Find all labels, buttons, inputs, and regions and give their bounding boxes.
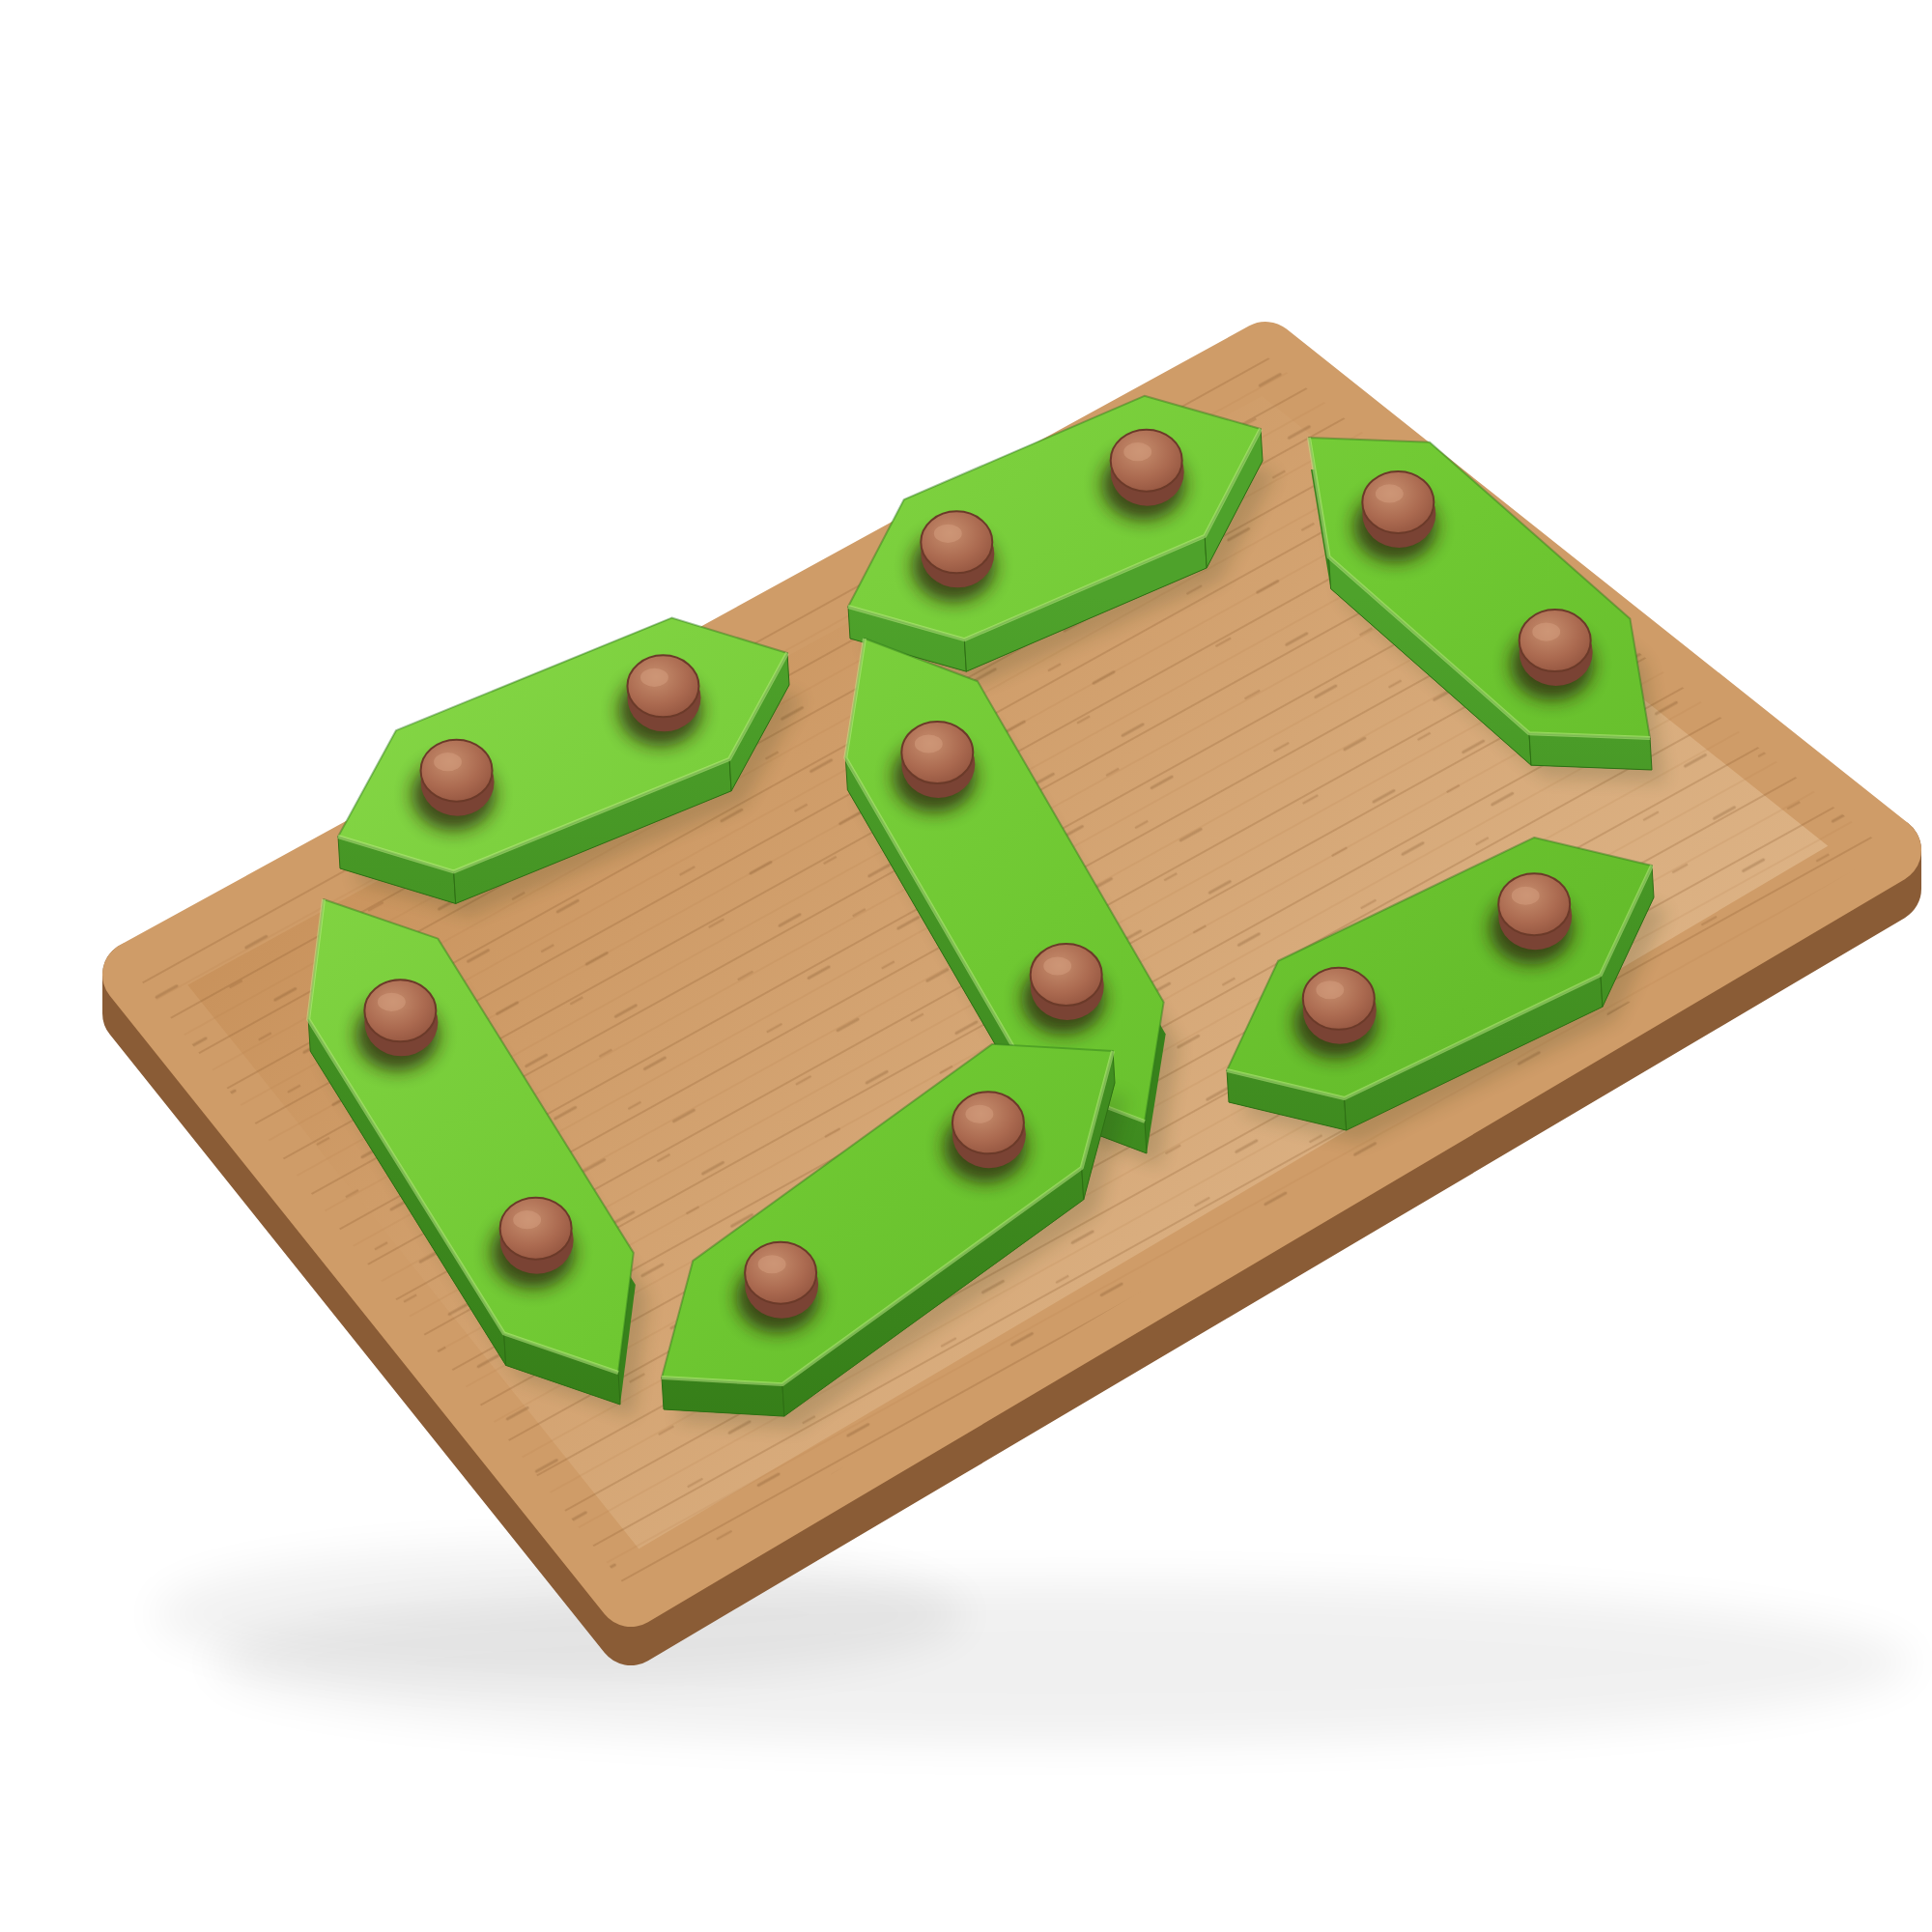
- peg-top: [627, 655, 698, 717]
- peg-top: [1498, 873, 1570, 935]
- peg-top-highlight: [640, 668, 668, 687]
- peg-top: [500, 1198, 572, 1260]
- peg-top: [1520, 610, 1591, 671]
- peg-top: [1362, 471, 1434, 533]
- peg-top-highlight: [1043, 956, 1071, 975]
- peg-top: [1111, 430, 1182, 492]
- peg-top: [901, 722, 973, 783]
- peg-top-highlight: [934, 525, 962, 543]
- ground-shadow-layer: [155, 1547, 1913, 1745]
- peg-top-highlight: [965, 1105, 993, 1123]
- peg-top-highlight: [513, 1210, 541, 1229]
- peg-top: [364, 980, 436, 1041]
- peg-top: [1303, 968, 1375, 1030]
- peg-top: [921, 511, 992, 573]
- peg-top: [421, 740, 493, 802]
- peg-top-highlight: [1123, 442, 1151, 461]
- peg-top-highlight: [1512, 887, 1540, 905]
- peg-top: [952, 1092, 1024, 1153]
- peg-top: [745, 1242, 816, 1304]
- peg-top-highlight: [1316, 980, 1344, 999]
- peg-top-highlight: [915, 734, 943, 753]
- peg-top: [1031, 944, 1102, 1006]
- peg-top-highlight: [1532, 622, 1560, 640]
- peg-top-highlight: [434, 753, 462, 771]
- peg-top-highlight: [1376, 484, 1404, 502]
- product-photo: Overhead angled photo of a wooden seven-…: [39, 15, 1932, 1932]
- peg-top-highlight: [758, 1255, 786, 1273]
- puzzle-scene: [39, 15, 1932, 1932]
- peg-top-highlight: [378, 993, 406, 1011]
